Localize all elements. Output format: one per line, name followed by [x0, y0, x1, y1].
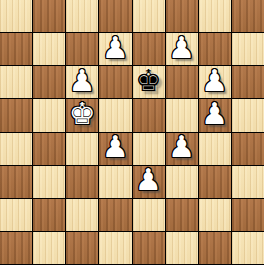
square-h7[interactable] [232, 33, 264, 65]
square-h5[interactable] [232, 99, 264, 131]
square-c7[interactable] [66, 33, 98, 65]
white-pawn[interactable]: ♟ [201, 66, 228, 96]
square-a6[interactable] [0, 66, 32, 98]
square-f1[interactable] [166, 232, 198, 264]
white-pawn[interactable]: ♟ [201, 99, 228, 129]
square-b2[interactable] [33, 199, 65, 231]
square-f7[interactable]: ♟ [166, 33, 198, 65]
square-b7[interactable] [33, 33, 65, 65]
square-g2[interactable] [199, 199, 231, 231]
square-e6[interactable]: ♚ [133, 66, 165, 98]
square-g7[interactable] [199, 33, 231, 65]
square-g3[interactable] [199, 166, 231, 198]
square-a3[interactable] [0, 166, 32, 198]
square-b1[interactable] [33, 232, 65, 264]
square-f5[interactable] [166, 99, 198, 131]
square-h6[interactable] [232, 66, 264, 98]
square-f2[interactable] [166, 199, 198, 231]
square-e1[interactable] [133, 232, 165, 264]
square-e5[interactable] [133, 99, 165, 131]
square-d4[interactable]: ♟ [99, 133, 131, 165]
white-pawn[interactable]: ♟ [102, 33, 129, 63]
square-b5[interactable] [33, 99, 65, 131]
square-c8[interactable] [66, 0, 98, 32]
square-c2[interactable] [66, 199, 98, 231]
square-c5[interactable]: ♚ [66, 99, 98, 131]
square-h4[interactable] [232, 133, 264, 165]
square-c4[interactable] [66, 133, 98, 165]
square-f3[interactable] [166, 166, 198, 198]
square-d6[interactable] [99, 66, 131, 98]
square-g6[interactable]: ♟ [199, 66, 231, 98]
square-d5[interactable] [99, 99, 131, 131]
square-a8[interactable] [0, 0, 32, 32]
square-h8[interactable] [232, 0, 264, 32]
square-b6[interactable] [33, 66, 65, 98]
square-g5[interactable]: ♟ [199, 99, 231, 131]
white-pawn[interactable]: ♟ [168, 33, 195, 63]
square-f4[interactable]: ♟ [166, 133, 198, 165]
square-f8[interactable] [166, 0, 198, 32]
square-g1[interactable] [199, 232, 231, 264]
square-h1[interactable] [232, 232, 264, 264]
square-g4[interactable] [199, 133, 231, 165]
square-d2[interactable] [99, 199, 131, 231]
black-king[interactable]: ♚ [135, 66, 162, 96]
square-c1[interactable] [66, 232, 98, 264]
square-g8[interactable] [199, 0, 231, 32]
white-pawn[interactable]: ♟ [135, 165, 162, 195]
white-pawn[interactable]: ♟ [102, 132, 129, 162]
square-h2[interactable] [232, 199, 264, 231]
square-b4[interactable] [33, 133, 65, 165]
white-king[interactable]: ♚ [69, 99, 96, 129]
square-d7[interactable]: ♟ [99, 33, 131, 65]
square-c6[interactable]: ♟ [66, 66, 98, 98]
square-e7[interactable] [133, 33, 165, 65]
white-pawn[interactable]: ♟ [168, 132, 195, 162]
square-d1[interactable] [99, 232, 131, 264]
square-e4[interactable] [133, 133, 165, 165]
white-pawn[interactable]: ♟ [69, 66, 96, 96]
square-d8[interactable] [99, 0, 131, 32]
square-d3[interactable] [99, 166, 131, 198]
square-f6[interactable] [166, 66, 198, 98]
square-b3[interactable] [33, 166, 65, 198]
square-a7[interactable] [0, 33, 32, 65]
square-e2[interactable] [133, 199, 165, 231]
square-a5[interactable] [0, 99, 32, 131]
square-a1[interactable] [0, 232, 32, 264]
chess-board: ♟♟♟♚♟♚♟♟♟♟ [0, 0, 264, 265]
square-e3[interactable]: ♟ [133, 166, 165, 198]
square-a2[interactable] [0, 199, 32, 231]
square-c3[interactable] [66, 166, 98, 198]
square-h3[interactable] [232, 166, 264, 198]
square-a4[interactable] [0, 133, 32, 165]
square-b8[interactable] [33, 0, 65, 32]
square-e8[interactable] [133, 0, 165, 32]
